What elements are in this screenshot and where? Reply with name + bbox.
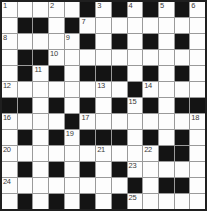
black-cell-r13c2: [18, 194, 33, 209]
clue-number-4: 4: [129, 2, 133, 10]
white-cell-r1c2[interactable]: [18, 2, 33, 17]
black-cell-r7c2: [18, 98, 33, 113]
black-cell-r11c6: [80, 162, 95, 177]
white-cell-r13c3[interactable]: [33, 194, 48, 209]
white-cell-r4c8[interactable]: [112, 50, 127, 65]
white-cell-r1c5[interactable]: [65, 2, 80, 17]
white-cell-r8c13[interactable]: 18: [190, 114, 205, 129]
white-cell-r13c11[interactable]: [159, 194, 174, 209]
clue-number-8: 8: [3, 34, 7, 42]
white-cell-r12c2[interactable]: [18, 178, 33, 193]
black-cell-r3c10: [143, 34, 158, 49]
white-cell-r7c3[interactable]: [33, 98, 48, 113]
white-cell-r1c4[interactable]: 2: [49, 2, 64, 17]
clue-number-6: 6: [191, 2, 195, 10]
black-cell-r9c8: [112, 130, 127, 145]
white-cell-r12c1[interactable]: 24: [2, 178, 17, 193]
black-cell-r7c6: [80, 98, 95, 113]
white-cell-r10c1[interactable]: 20: [2, 146, 17, 161]
black-cell-r5c7: [96, 66, 111, 81]
clue-number-1: 1: [3, 2, 7, 10]
white-cell-r3c1[interactable]: 8: [2, 34, 17, 49]
white-cell-r11c13[interactable]: [190, 162, 205, 177]
white-cell-r12c5[interactable]: [65, 178, 80, 193]
white-cell-r8c11[interactable]: [159, 114, 174, 129]
white-cell-r13c10[interactable]: [143, 194, 158, 209]
black-cell-r7c1: [2, 98, 17, 113]
clue-number-2: 2: [50, 2, 54, 10]
black-cell-r1c8: [112, 2, 127, 17]
white-cell-r8c2[interactable]: [18, 114, 33, 129]
clue-number-13: 13: [97, 82, 105, 90]
clue-number-14: 14: [144, 82, 152, 90]
black-cell-r3c8: [112, 34, 127, 49]
white-cell-r12c4[interactable]: [49, 178, 64, 193]
white-cell-r12c13[interactable]: [190, 178, 205, 193]
white-cell-r2c9[interactable]: [128, 18, 143, 33]
white-cell-r6c11[interactable]: [159, 82, 174, 97]
white-cell-r5c1[interactable]: [2, 66, 17, 81]
black-cell-r1c12: [175, 2, 190, 17]
white-cell-r8c9[interactable]: [128, 114, 143, 129]
white-cell-r11c3[interactable]: [33, 162, 48, 177]
white-cell-r7c7[interactable]: [96, 98, 111, 113]
black-cell-r5c12: [175, 66, 190, 81]
clue-number-19: 19: [66, 130, 74, 138]
black-cell-r13c6: [80, 194, 95, 209]
black-cell-r13c8: [112, 194, 127, 209]
white-cell-r12c3[interactable]: [33, 178, 48, 193]
white-cell-r6c7[interactable]: 13: [96, 82, 111, 97]
white-cell-r4c7[interactable]: [96, 50, 111, 65]
white-cell-r2c13[interactable]: [190, 18, 205, 33]
white-cell-r12c8[interactable]: [112, 178, 127, 193]
clue-number-21: 21: [97, 146, 105, 154]
black-cell-r10c12: [175, 146, 190, 161]
clue-number-11: 11: [34, 66, 41, 74]
white-cell-r6c8[interactable]: [112, 82, 127, 97]
white-cell-r3c9[interactable]: [128, 34, 143, 49]
white-cell-r10c3[interactable]: [33, 146, 48, 161]
clue-number-16: 16: [3, 114, 11, 122]
white-cell-r10c13[interactable]: [190, 146, 205, 161]
black-cell-r10c11: [159, 146, 174, 161]
clue-number-7: 7: [81, 18, 85, 26]
white-cell-r13c7[interactable]: [96, 194, 111, 209]
white-cell-r2c8[interactable]: [112, 18, 127, 33]
white-cell-r11c12[interactable]: [175, 162, 190, 177]
white-cell-r6c6[interactable]: [80, 82, 95, 97]
black-cell-r9c10: [143, 130, 158, 145]
black-cell-r2c3: [33, 18, 48, 33]
clue-number-18: 18: [191, 114, 199, 122]
black-cell-r4c3: [33, 50, 48, 65]
black-cell-r9c6: [80, 130, 95, 145]
white-cell-r3c4[interactable]: [49, 34, 64, 49]
black-cell-r12c12: [175, 178, 190, 193]
black-cell-r2c5: [65, 18, 80, 33]
white-cell-r3c3[interactable]: [33, 34, 48, 49]
white-cell-r4c5[interactable]: [65, 50, 80, 65]
black-cell-r11c8: [112, 162, 127, 177]
white-cell-r1c3[interactable]: [33, 2, 48, 17]
white-cell-r8c7[interactable]: [96, 114, 111, 129]
white-cell-r7c11[interactable]: [159, 98, 174, 113]
white-cell-r10c2[interactable]: [18, 146, 33, 161]
black-cell-r7c4: [49, 98, 64, 113]
crossword-grid: 1234567891011121314151617181920212223242…: [0, 0, 207, 211]
white-cell-r2c12[interactable]: [175, 18, 190, 33]
black-cell-r4c2: [18, 50, 33, 65]
white-cell-r6c13[interactable]: [190, 82, 205, 97]
white-cell-r5c13[interactable]: [190, 66, 205, 81]
white-cell-r11c11[interactable]: [159, 162, 174, 177]
black-cell-r7c8: [112, 98, 127, 113]
white-cell-r12c10[interactable]: [143, 178, 158, 193]
white-cell-r1c9[interactable]: 4: [128, 2, 143, 17]
black-cell-r5c4: [49, 66, 64, 81]
black-cell-r13c4: [49, 194, 64, 209]
white-cell-r1c13[interactable]: 6: [190, 2, 205, 17]
white-cell-r6c10[interactable]: 14: [143, 82, 158, 97]
black-cell-r6c9: [128, 82, 143, 97]
white-cell-r8c10[interactable]: [143, 114, 158, 129]
black-cell-r1c10: [143, 2, 158, 17]
black-cell-r5c6: [80, 66, 95, 81]
white-cell-r9c11[interactable]: [159, 130, 174, 145]
white-cell-r8c1[interactable]: 16: [2, 114, 17, 129]
black-cell-r3c6: [80, 34, 95, 49]
white-cell-r5c5[interactable]: [65, 66, 80, 81]
white-cell-r1c11[interactable]: 5: [159, 2, 174, 17]
white-cell-r8c3[interactable]: [33, 114, 48, 129]
white-cell-r6c1[interactable]: 12: [2, 82, 17, 97]
white-cell-r2c7[interactable]: [96, 18, 111, 33]
white-cell-r3c13[interactable]: [190, 34, 205, 49]
white-cell-r10c6[interactable]: [80, 146, 95, 161]
white-cell-r6c2[interactable]: [18, 82, 33, 97]
white-cell-r10c8[interactable]: [112, 146, 127, 161]
white-cell-r9c3[interactable]: [33, 130, 48, 145]
white-cell-r9c1[interactable]: [2, 130, 17, 145]
white-cell-r3c5[interactable]: 9: [65, 34, 80, 49]
white-cell-r6c4[interactable]: [49, 82, 64, 97]
black-cell-r11c2: [18, 162, 33, 177]
white-cell-r11c5[interactable]: [65, 162, 80, 177]
white-cell-r5c9[interactable]: [128, 66, 143, 81]
black-cell-r5c8: [112, 66, 127, 81]
white-cell-r13c5[interactable]: [65, 194, 80, 209]
black-cell-r9c7: [96, 130, 111, 145]
white-cell-r7c5[interactable]: [65, 98, 80, 113]
white-cell-r3c11[interactable]: [159, 34, 174, 49]
black-cell-r1c6: [80, 2, 95, 17]
white-cell-r13c1[interactable]: [2, 194, 17, 209]
clue-number-15: 15: [129, 98, 137, 106]
white-cell-r8c6[interactable]: 17: [80, 114, 95, 129]
clue-number-10: 10: [50, 50, 58, 58]
white-cell-r11c1[interactable]: [2, 162, 17, 177]
white-cell-r9c9[interactable]: [128, 130, 143, 145]
black-cell-r12c11: [159, 178, 174, 193]
white-cell-r4c13[interactable]: [190, 50, 205, 65]
white-cell-r6c12[interactable]: [175, 82, 190, 97]
white-cell-r12c7[interactable]: [96, 178, 111, 193]
white-cell-r2c10[interactable]: [143, 18, 158, 33]
white-cell-r10c5[interactable]: [65, 146, 80, 161]
clue-number-22: 22: [144, 146, 152, 154]
white-cell-r5c3[interactable]: 11: [33, 66, 48, 81]
black-cell-r9c4: [49, 130, 64, 145]
white-cell-r2c6[interactable]: 7: [80, 18, 95, 33]
clue-number-23: 23: [129, 162, 137, 170]
white-cell-r1c1[interactable]: 1: [2, 2, 17, 17]
white-cell-r4c11[interactable]: [159, 50, 174, 65]
white-cell-r11c10[interactable]: [143, 162, 158, 177]
white-cell-r5c11[interactable]: [159, 66, 174, 81]
white-cell-r6c3[interactable]: [33, 82, 48, 97]
white-cell-r9c13[interactable]: [190, 130, 205, 145]
clue-number-17: 17: [81, 114, 89, 122]
white-cell-r11c7[interactable]: [96, 162, 111, 177]
white-cell-r6c5[interactable]: [65, 82, 80, 97]
white-cell-r7c9[interactable]: 15: [128, 98, 143, 113]
crossword-puzzle-page: 1234567891011121314151617181920212223242…: [0, 0, 207, 211]
clue-number-12: 12: [3, 82, 11, 90]
black-cell-r11c4: [49, 162, 64, 177]
white-cell-r4c9[interactable]: [128, 50, 143, 65]
clue-number-5: 5: [160, 2, 164, 10]
white-cell-r12c6[interactable]: [80, 178, 95, 193]
black-cell-r9c2: [18, 130, 33, 145]
black-cell-r7c10: [143, 98, 158, 113]
white-cell-r2c11[interactable]: [159, 18, 174, 33]
black-cell-r5c2: [18, 66, 33, 81]
white-cell-r2c1[interactable]: [2, 18, 17, 33]
white-cell-r1c7[interactable]: 3: [96, 2, 111, 17]
black-cell-r12c9: [128, 178, 143, 193]
white-cell-r4c1[interactable]: [2, 50, 17, 65]
white-cell-r10c4[interactable]: [49, 146, 64, 161]
black-cell-r9c12: [175, 130, 190, 145]
clue-number-25: 25: [129, 194, 137, 202]
clue-number-20: 20: [3, 146, 11, 154]
white-cell-r4c10[interactable]: [143, 50, 158, 65]
white-cell-r9c5[interactable]: 19: [65, 130, 80, 145]
white-cell-r10c9[interactable]: [128, 146, 143, 161]
clue-number-3: 3: [97, 2, 101, 10]
white-cell-r4c6[interactable]: [80, 50, 95, 65]
white-cell-r10c7[interactable]: 21: [96, 146, 111, 161]
black-cell-r3c12: [175, 34, 190, 49]
clue-number-24: 24: [3, 178, 11, 186]
black-cell-r8c5: [65, 114, 80, 129]
white-cell-r10c10[interactable]: 22: [143, 146, 158, 161]
white-cell-r3c7[interactable]: [96, 34, 111, 49]
white-cell-r13c12[interactable]: [175, 194, 190, 209]
white-cell-r13c9[interactable]: 25: [128, 194, 143, 209]
white-cell-r8c8[interactable]: [112, 114, 127, 129]
black-cell-r7c13: [190, 98, 205, 113]
black-cell-r5c10: [143, 66, 158, 81]
black-cell-r2c2: [18, 18, 33, 33]
black-cell-r7c12: [175, 98, 190, 113]
white-cell-r8c4[interactable]: [49, 114, 64, 129]
white-cell-r2c4[interactable]: [49, 18, 64, 33]
white-cell-r3c2[interactable]: [18, 34, 33, 49]
white-cell-r4c4[interactable]: 10: [49, 50, 64, 65]
white-cell-r4c12[interactable]: [175, 50, 190, 65]
white-cell-r8c12[interactable]: [175, 114, 190, 129]
clue-number-9: 9: [66, 34, 70, 42]
white-cell-r13c13[interactable]: [190, 194, 205, 209]
white-cell-r11c9[interactable]: 23: [128, 162, 143, 177]
